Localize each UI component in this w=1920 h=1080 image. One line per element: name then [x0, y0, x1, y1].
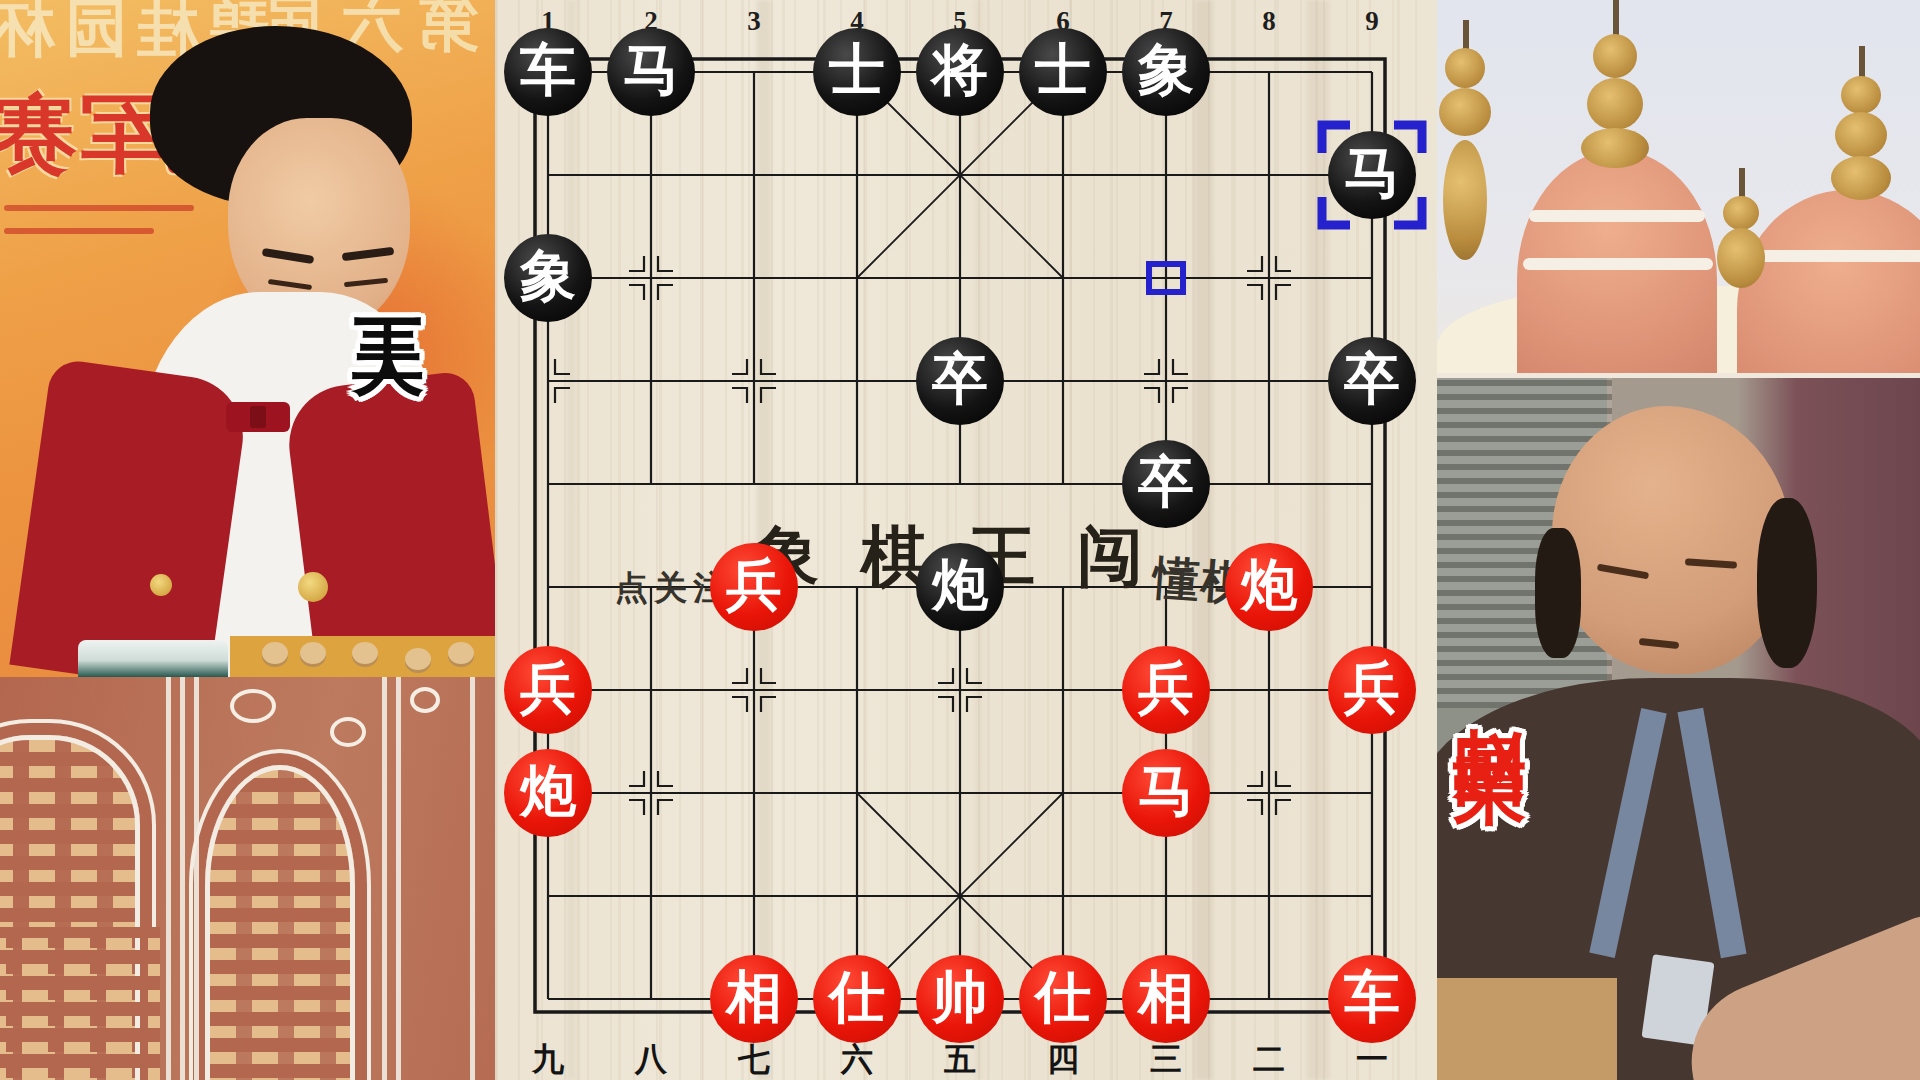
finial [1841, 76, 1881, 114]
finial [1439, 88, 1491, 136]
lattice-ornament [230, 689, 276, 723]
wooden-piece [300, 642, 326, 664]
finial [1581, 128, 1649, 168]
player-hair [1535, 528, 1581, 658]
wooden-piece [262, 642, 288, 664]
lattice-line [396, 677, 401, 1080]
finial [1443, 140, 1487, 260]
piece-red-兵-f9r7[interactable]: 兵 [1328, 646, 1416, 734]
piece-black-士-f4r1[interactable]: 士 [813, 28, 901, 116]
finial [1445, 48, 1485, 88]
lattice-line [180, 677, 185, 1080]
player-head [1552, 406, 1792, 674]
banner-fine-print [4, 228, 154, 234]
piece-red-马-f7r8[interactable]: 马 [1122, 749, 1210, 837]
lattice-line [382, 677, 387, 1080]
player-name-right: 赵国荣 [1440, 668, 1540, 704]
video-frame: 碧桂园杯 第六届 冠军赛 [0, 0, 1920, 1080]
finial [1835, 112, 1887, 158]
lattice-ornament [410, 687, 440, 713]
piece-black-士-f6r1[interactable]: 士 [1019, 28, 1107, 116]
board-edge-object [78, 640, 228, 677]
piece-red-兵-f3r6[interactable]: 兵 [710, 543, 798, 631]
player-hair [1757, 498, 1817, 668]
lattice-line [194, 677, 199, 1080]
wooden-piece [405, 648, 431, 670]
player-name-left: 王天一 [340, 262, 436, 298]
piece-red-炮-f8r6[interactable]: 炮 [1225, 543, 1313, 631]
xiangqi-board[interactable]: 123456789九八七六五四三二一 点关注 象棋王闯 懂棋路 车马士将士象马象… [495, 0, 1437, 1080]
piece-black-马-f2r1[interactable]: 马 [607, 28, 695, 116]
piece-black-卒-f7r5[interactable]: 卒 [1122, 440, 1210, 528]
piece-red-相-f7r10[interactable]: 相 [1122, 955, 1210, 1043]
last-move-destination-marker [1316, 119, 1428, 231]
finial [1831, 156, 1891, 200]
medal [150, 574, 172, 596]
finial [1593, 34, 1637, 78]
banner-fine-print [4, 205, 194, 211]
dome-band [1523, 258, 1713, 270]
player-vest [9, 358, 250, 677]
medal [298, 572, 328, 602]
piece-black-卒-f9r4[interactable]: 卒 [1328, 337, 1416, 425]
lattice-ornament [330, 717, 366, 747]
dome-band [1529, 210, 1705, 222]
piece-black-象-f7r1[interactable]: 象 [1122, 28, 1210, 116]
last-move-origin-marker [1146, 261, 1186, 295]
player-vest [282, 370, 495, 677]
lattice-arch [205, 765, 355, 1080]
table-edge [1437, 978, 1617, 1080]
lattice-line [470, 677, 475, 1080]
piece-red-仕-f6r10[interactable]: 仕 [1019, 955, 1107, 1043]
piece-red-相-f3r10[interactable]: 相 [710, 955, 798, 1043]
temple-photo [1437, 0, 1920, 373]
piece-red-兵-f1r7[interactable]: 兵 [504, 646, 592, 734]
lattice-bricks [0, 927, 160, 1080]
piece-black-将-f5r1[interactable]: 将 [916, 28, 1004, 116]
left-player-photo: 碧桂园杯 第六届 冠军赛 [0, 0, 495, 677]
right-player-photo [1437, 373, 1920, 1080]
wooden-piece [448, 642, 474, 664]
wooden-piece [352, 642, 378, 664]
piece-black-车-f1r1[interactable]: 车 [504, 28, 592, 116]
piece-black-卒-f5r4[interactable]: 卒 [916, 337, 1004, 425]
piece-black-象-f1r3[interactable]: 象 [504, 234, 592, 322]
finial [1723, 196, 1759, 230]
piece-black-炮-f5r6[interactable]: 炮 [916, 543, 1004, 631]
dome-band [1747, 250, 1920, 262]
finial [1717, 228, 1765, 288]
piece-red-车-f9r10[interactable]: 车 [1328, 955, 1416, 1043]
piece-red-仕-f4r10[interactable]: 仕 [813, 955, 901, 1043]
piece-red-炮-f1r8[interactable]: 炮 [504, 749, 592, 837]
pieces-layer: 车马士将士象马象卒卒卒炮兵炮兵兵兵炮马相仕帅仕相车 [495, 0, 1437, 1080]
temple-dome [1737, 190, 1920, 373]
finial [1587, 78, 1643, 130]
player-bowtie [226, 402, 290, 432]
lattice-line [166, 677, 171, 1080]
lattice-screen-photo [0, 677, 495, 1080]
piece-red-帅-f5r10[interactable]: 帅 [916, 955, 1004, 1043]
piece-red-兵-f7r7[interactable]: 兵 [1122, 646, 1210, 734]
